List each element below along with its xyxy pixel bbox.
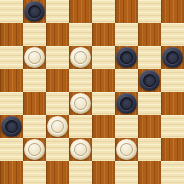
- square-c7[interactable]: [46, 23, 69, 46]
- square-b4[interactable]: [23, 92, 46, 115]
- square-b5[interactable]: [23, 69, 46, 92]
- square-e8[interactable]: [92, 0, 115, 23]
- checkers-board: [0, 0, 184, 184]
- square-g6[interactable]: [138, 46, 161, 69]
- square-d7[interactable]: [69, 23, 92, 46]
- piece-ring-detail: [51, 120, 64, 133]
- piece-ring-detail: [120, 51, 133, 64]
- square-b7[interactable]: [23, 23, 46, 46]
- square-d8[interactable]: [69, 0, 92, 23]
- game-window: [0, 0, 184, 184]
- piece-ring-detail: [166, 51, 179, 64]
- square-d3[interactable]: [69, 115, 92, 138]
- square-a1[interactable]: [0, 161, 23, 184]
- piece-ring-detail: [74, 97, 87, 110]
- square-a5[interactable]: [0, 69, 23, 92]
- square-g5[interactable]: [138, 69, 161, 92]
- black-man[interactable]: [162, 47, 183, 68]
- square-b8[interactable]: [23, 0, 46, 23]
- square-h8[interactable]: [161, 0, 184, 23]
- black-man[interactable]: [24, 1, 45, 22]
- square-g4[interactable]: [138, 92, 161, 115]
- piece-ring-detail: [143, 74, 156, 87]
- white-man[interactable]: [47, 116, 68, 137]
- piece-ring-detail: [74, 51, 87, 64]
- square-a2[interactable]: [0, 138, 23, 161]
- square-h1[interactable]: [161, 161, 184, 184]
- square-e6[interactable]: [92, 46, 115, 69]
- square-e5[interactable]: [92, 69, 115, 92]
- square-e7[interactable]: [92, 23, 115, 46]
- square-d2[interactable]: [69, 138, 92, 161]
- piece-ring-detail: [74, 143, 87, 156]
- square-a4[interactable]: [0, 92, 23, 115]
- white-man[interactable]: [70, 93, 91, 114]
- piece-ring-detail: [120, 143, 133, 156]
- square-e1[interactable]: [92, 161, 115, 184]
- square-c2[interactable]: [46, 138, 69, 161]
- square-f6[interactable]: [115, 46, 138, 69]
- square-c1[interactable]: [46, 161, 69, 184]
- square-f4[interactable]: [115, 92, 138, 115]
- white-man[interactable]: [24, 47, 45, 68]
- square-f7[interactable]: [115, 23, 138, 46]
- square-d6[interactable]: [69, 46, 92, 69]
- square-c4[interactable]: [46, 92, 69, 115]
- square-f1[interactable]: [115, 161, 138, 184]
- piece-ring-detail: [120, 97, 133, 110]
- square-a8[interactable]: [0, 0, 23, 23]
- square-e3[interactable]: [92, 115, 115, 138]
- square-h4[interactable]: [161, 92, 184, 115]
- square-c6[interactable]: [46, 46, 69, 69]
- square-e2[interactable]: [92, 138, 115, 161]
- square-f5[interactable]: [115, 69, 138, 92]
- black-man[interactable]: [139, 70, 160, 91]
- white-man[interactable]: [116, 139, 137, 160]
- square-f3[interactable]: [115, 115, 138, 138]
- square-g8[interactable]: [138, 0, 161, 23]
- black-man[interactable]: [116, 93, 137, 114]
- piece-ring-detail: [28, 143, 41, 156]
- square-c5[interactable]: [46, 69, 69, 92]
- square-d1[interactable]: [69, 161, 92, 184]
- square-g7[interactable]: [138, 23, 161, 46]
- square-b6[interactable]: [23, 46, 46, 69]
- square-b2[interactable]: [23, 138, 46, 161]
- square-b3[interactable]: [23, 115, 46, 138]
- black-man[interactable]: [116, 47, 137, 68]
- square-h5[interactable]: [161, 69, 184, 92]
- square-c8[interactable]: [46, 0, 69, 23]
- white-man[interactable]: [24, 139, 45, 160]
- square-f2[interactable]: [115, 138, 138, 161]
- piece-ring-detail: [5, 120, 18, 133]
- square-h2[interactable]: [161, 138, 184, 161]
- square-g2[interactable]: [138, 138, 161, 161]
- square-a6[interactable]: [0, 46, 23, 69]
- white-man[interactable]: [70, 47, 91, 68]
- square-d5[interactable]: [69, 69, 92, 92]
- piece-ring-detail: [28, 51, 41, 64]
- square-d4[interactable]: [69, 92, 92, 115]
- square-g1[interactable]: [138, 161, 161, 184]
- piece-ring-detail: [28, 5, 41, 18]
- square-e4[interactable]: [92, 92, 115, 115]
- square-h7[interactable]: [161, 23, 184, 46]
- square-f8[interactable]: [115, 0, 138, 23]
- square-h3[interactable]: [161, 115, 184, 138]
- square-a3[interactable]: [0, 115, 23, 138]
- square-c3[interactable]: [46, 115, 69, 138]
- square-g3[interactable]: [138, 115, 161, 138]
- square-h6[interactable]: [161, 46, 184, 69]
- square-a7[interactable]: [0, 23, 23, 46]
- black-man[interactable]: [1, 116, 22, 137]
- square-b1[interactable]: [23, 161, 46, 184]
- white-man[interactable]: [70, 139, 91, 160]
